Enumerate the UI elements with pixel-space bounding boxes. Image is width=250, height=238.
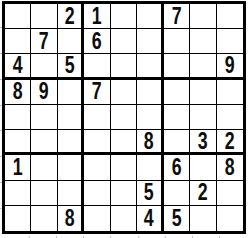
grid-tick	[0, 53, 2, 54]
cell-r9c4[interactable]	[84, 206, 110, 231]
cell-r9c6[interactable]: 4	[137, 206, 163, 231]
given-digit: 5	[171, 206, 181, 231]
cell-r8c3[interactable]	[58, 181, 84, 206]
given-digit: 1	[13, 155, 23, 180]
cell-r9c1[interactable]	[5, 206, 31, 231]
cell-r8c2[interactable]	[31, 181, 57, 206]
cell-r9c3[interactable]: 8	[58, 206, 84, 231]
grid-tick	[0, 182, 2, 183]
grid-tick	[29, 236, 30, 238]
given-digit: 2	[65, 4, 75, 29]
cell-r4c5[interactable]	[111, 80, 137, 105]
given-digit: 8	[144, 130, 154, 154]
cell-r5c6[interactable]	[137, 105, 163, 130]
cell-r7c2[interactable]	[31, 155, 57, 180]
cell-r8c6[interactable]: 5	[137, 181, 163, 206]
cell-r8c5[interactable]	[111, 181, 137, 206]
cell-r3c2[interactable]	[31, 54, 57, 79]
grid-tick	[0, 208, 2, 209]
cell-r3c3[interactable]: 5	[58, 54, 84, 79]
grid-tick	[0, 105, 2, 106]
cell-r1c3[interactable]: 2	[58, 4, 84, 29]
given-digit: 9	[39, 80, 49, 105]
grid-tick	[219, 236, 220, 238]
cell-r5c3[interactable]	[58, 105, 84, 130]
cell-r8c1[interactable]	[5, 181, 31, 206]
cell-r6c5[interactable]	[111, 130, 137, 155]
cell-r1c8[interactable]	[190, 4, 216, 29]
cell-r4c6[interactable]	[137, 80, 163, 105]
cell-r2c2[interactable]: 7	[31, 29, 57, 54]
cell-r2c5[interactable]	[111, 29, 137, 54]
cell-r4c1[interactable]: 8	[5, 80, 31, 105]
cell-r1c4[interactable]: 1	[84, 4, 110, 29]
cell-r6c7[interactable]	[164, 130, 190, 155]
cell-r3c6[interactable]	[137, 54, 163, 79]
cell-r1c7[interactable]: 7	[164, 4, 190, 29]
grid-tick	[0, 79, 2, 80]
cell-r6c1[interactable]	[5, 130, 31, 155]
given-digit: 8	[13, 80, 23, 105]
given-digit: 4	[13, 54, 23, 78]
cell-r2c7[interactable]	[164, 29, 190, 54]
cell-r5c2[interactable]	[31, 105, 57, 130]
cell-r8c7[interactable]	[164, 181, 190, 206]
given-digit: 9	[225, 54, 235, 78]
cell-r2c9[interactable]	[217, 29, 243, 54]
cell-r9c9[interactable]	[217, 206, 243, 231]
cell-r3c9[interactable]: 9	[217, 54, 243, 79]
cell-r9c8[interactable]	[190, 206, 216, 231]
grid-tick	[192, 236, 193, 238]
grid-tick	[165, 236, 166, 238]
cell-r5c7[interactable]	[164, 105, 190, 130]
sudoku-grid: 2177645989783216852845	[2, 1, 246, 234]
cell-r2c8[interactable]	[190, 29, 216, 54]
cell-r7c6[interactable]	[137, 155, 163, 180]
cell-r5c1[interactable]	[5, 105, 31, 130]
given-digit: 4	[144, 206, 154, 231]
cell-r6c3[interactable]	[58, 130, 84, 155]
cell-r6c8[interactable]: 3	[190, 130, 216, 155]
cell-r2c3[interactable]	[58, 29, 84, 54]
cell-r4c4[interactable]: 7	[84, 80, 110, 105]
cell-r3c1[interactable]: 4	[5, 54, 31, 79]
given-digit: 5	[65, 54, 75, 78]
cell-r6c4[interactable]	[84, 130, 110, 155]
cell-r1c2[interactable]	[31, 4, 57, 29]
cell-r5c5[interactable]	[111, 105, 137, 130]
cell-r5c4[interactable]	[84, 105, 110, 130]
given-digit: 6	[92, 29, 102, 54]
cell-r4c2[interactable]: 9	[31, 80, 57, 105]
given-digit: 7	[39, 29, 49, 54]
cell-r5c9[interactable]	[217, 105, 243, 130]
cell-r7c1[interactable]: 1	[5, 155, 31, 180]
grid-tick	[56, 236, 57, 238]
cell-r6c6[interactable]: 8	[137, 130, 163, 155]
grid-tick	[0, 27, 2, 28]
cell-r4c9[interactable]	[217, 80, 243, 105]
cell-r9c5[interactable]	[111, 206, 137, 231]
cell-r7c3[interactable]	[58, 155, 84, 180]
cell-r9c7[interactable]: 5	[164, 206, 190, 231]
given-digit: 8	[225, 155, 235, 180]
cell-r1c1[interactable]	[5, 4, 31, 29]
cell-r1c9[interactable]	[217, 4, 243, 29]
cell-r5c8[interactable]	[190, 105, 216, 130]
cell-r7c5[interactable]	[111, 155, 137, 180]
given-digit: 1	[92, 4, 102, 29]
cell-r2c4[interactable]: 6	[84, 29, 110, 54]
cell-r3c4[interactable]	[84, 54, 110, 79]
grid-tick	[83, 236, 84, 238]
cell-r7c7[interactable]: 6	[164, 155, 190, 180]
cell-r6c2[interactable]	[31, 130, 57, 155]
cell-r7c4[interactable]	[84, 155, 110, 180]
grid-tick	[110, 236, 111, 238]
sudoku-board: 2177645989783216852845	[0, 0, 250, 238]
cell-r2c1[interactable]	[5, 29, 31, 54]
grid-tick	[138, 236, 139, 238]
cell-r8c4[interactable]	[84, 181, 110, 206]
given-digit: 7	[92, 80, 102, 105]
cell-r6c9[interactable]: 2	[217, 130, 243, 155]
given-digit: 6	[171, 155, 181, 180]
grid-tick	[0, 130, 2, 131]
cell-r2c6[interactable]	[137, 29, 163, 54]
cell-r7c8[interactable]	[190, 155, 216, 180]
given-digit: 8	[65, 206, 75, 231]
cell-r4c7[interactable]	[164, 80, 190, 105]
cell-r1c5[interactable]	[111, 4, 137, 29]
given-digit: 2	[225, 130, 235, 154]
given-digit: 7	[171, 4, 181, 29]
given-digit: 3	[198, 130, 208, 154]
cell-r3c5[interactable]	[111, 54, 137, 79]
given-digit: 2	[198, 181, 208, 206]
cell-r3c7[interactable]	[164, 54, 190, 79]
grid-tick	[0, 156, 2, 157]
cell-r9c2[interactable]	[31, 206, 57, 231]
cell-r8c8[interactable]: 2	[190, 181, 216, 206]
cell-r1c6[interactable]	[137, 4, 163, 29]
cell-r4c8[interactable]	[190, 80, 216, 105]
given-digit: 5	[144, 181, 154, 206]
cell-r4c3[interactable]	[58, 80, 84, 105]
cell-r3c8[interactable]	[190, 54, 216, 79]
cell-r7c9[interactable]: 8	[217, 155, 243, 180]
cell-r8c9[interactable]	[217, 181, 243, 206]
